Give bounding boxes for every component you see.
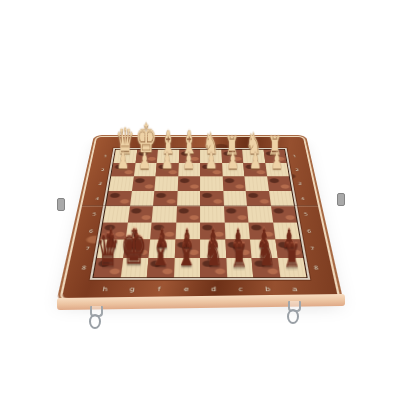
square-b8[interactable]: ♞ [251, 258, 279, 277]
board-frame: hgfedcba hgfedcba 12345678 12345678 ♛♚♝♝… [62, 137, 338, 298]
side-hinge-left [57, 198, 65, 211]
square-a5[interactable] [271, 206, 297, 222]
chess-set-photo: hgfedcba hgfedcba 12345678 12345678 ♛♚♝♝… [0, 0, 400, 400]
piece-black-rook-a8[interactable]: ♜ [283, 240, 301, 272]
file-label-e: e [173, 286, 200, 293]
square-f4[interactable] [153, 191, 177, 206]
file-label-b: b [254, 286, 282, 293]
square-g3[interactable] [131, 176, 155, 190]
square-b3[interactable] [244, 176, 268, 190]
rank-label-4: 4 [299, 191, 306, 206]
clasp-latch-right[interactable] [287, 301, 299, 323]
square-g2[interactable]: ♟ [133, 163, 156, 177]
square-b2[interactable]: ♟ [243, 163, 266, 177]
square-f2[interactable]: ♟ [156, 163, 179, 177]
piece-black-bishop-e8[interactable]: ♝ [176, 233, 197, 272]
square-e2[interactable]: ♟ [178, 163, 200, 177]
clasp-latch-left[interactable] [89, 306, 101, 328]
chess-board-3d: hgfedcba hgfedcba 12345678 12345678 ♛♚♝♝… [62, 137, 338, 298]
piece-black-king-g8[interactable]: ♚ [121, 223, 148, 272]
square-g8[interactable]: ♚ [120, 258, 148, 277]
square-h2[interactable]: ♟ [111, 163, 135, 177]
rank-label-5: 5 [302, 206, 309, 222]
piece-white-pawn-e2[interactable]: ♟ [183, 150, 195, 173]
rank-label-6: 6 [87, 222, 94, 239]
square-f8[interactable]: ♝ [147, 258, 174, 277]
rank-label-3: 3 [97, 176, 103, 190]
rank-label-8: 8 [80, 258, 88, 277]
square-e5[interactable] [176, 206, 200, 222]
rank-label-8: 8 [312, 258, 320, 277]
square-b4[interactable] [246, 191, 271, 206]
piece-black-queen-h8[interactable]: ♛ [96, 228, 120, 272]
rank-label-7: 7 [84, 239, 92, 257]
piece-black-knight-b8[interactable]: ♞ [256, 237, 275, 272]
square-g4[interactable] [130, 191, 155, 206]
square-f5[interactable] [152, 206, 177, 222]
rank-label-5: 5 [91, 206, 98, 222]
piece-white-pawn-h2[interactable]: ♟ [117, 150, 129, 173]
square-d2[interactable]: ♟ [200, 163, 222, 177]
piece-white-pawn-g2[interactable]: ♟ [139, 150, 151, 173]
piece-black-rook-c8[interactable]: ♜ [231, 240, 249, 272]
rank-label-1: 1 [103, 150, 109, 163]
board-grid: ♛♚♝♝♞♜♞♜♟♟♟♟♟♟♟♟♟♟♟♟♟♟♟♟♛♚♝♝♞♜♞♜ [94, 150, 307, 278]
square-b5[interactable] [247, 206, 273, 222]
square-a2[interactable]: ♟ [265, 163, 289, 177]
rank-label-1: 1 [292, 150, 298, 163]
file-labels-near: hgfedcba [91, 286, 309, 293]
piece-white-pawn-f2[interactable]: ♟ [161, 150, 173, 173]
file-label-h: h [91, 286, 119, 293]
side-hinge-right [337, 193, 345, 206]
file-label-f: f [145, 286, 173, 293]
file-label-d: d [200, 286, 227, 293]
piece-black-knight-d8[interactable]: ♞ [203, 237, 222, 272]
piece-white-pawn-d2[interactable]: ♟ [205, 150, 217, 173]
piece-black-bishop-f8[interactable]: ♝ [150, 233, 171, 272]
square-d8[interactable]: ♞ [200, 258, 227, 277]
square-h4[interactable] [106, 191, 131, 206]
rank-label-4: 4 [94, 191, 101, 206]
square-c4[interactable] [223, 191, 247, 206]
square-d3[interactable] [200, 176, 223, 190]
square-c2[interactable]: ♟ [222, 163, 245, 177]
latch-ring-icon [287, 309, 299, 324]
piece-white-pawn-a2[interactable]: ♟ [271, 150, 283, 173]
rank-label-2: 2 [294, 163, 300, 177]
square-f3[interactable] [154, 176, 177, 190]
square-e3[interactable] [177, 176, 200, 190]
square-e4[interactable] [177, 191, 201, 206]
square-e8[interactable]: ♝ [173, 258, 200, 277]
file-label-g: g [118, 286, 146, 293]
square-c3[interactable] [222, 176, 245, 190]
square-c5[interactable] [224, 206, 249, 222]
rank-label-2: 2 [100, 163, 106, 177]
latch-ring-icon [89, 314, 101, 329]
rank-label-3: 3 [297, 176, 303, 190]
square-d4[interactable] [200, 191, 224, 206]
rank-label-7: 7 [308, 239, 316, 257]
square-a4[interactable] [269, 191, 294, 206]
piece-white-pawn-c2[interactable]: ♟ [227, 150, 239, 173]
square-c8[interactable]: ♜ [226, 258, 253, 277]
square-a8[interactable]: ♜ [277, 258, 306, 277]
square-h8[interactable]: ♛ [94, 258, 123, 277]
file-label-a: a [281, 286, 309, 293]
square-a3[interactable] [267, 176, 292, 190]
rank-label-6: 6 [305, 222, 312, 239]
piece-white-pawn-b2[interactable]: ♟ [249, 150, 261, 173]
square-h3[interactable] [109, 176, 134, 190]
square-d5[interactable] [200, 206, 224, 222]
file-label-c: c [227, 286, 255, 293]
